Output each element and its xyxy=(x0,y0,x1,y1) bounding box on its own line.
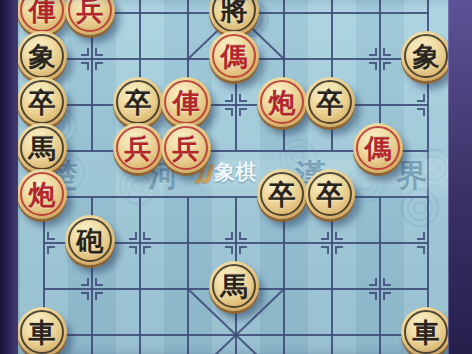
left-border-panel xyxy=(0,0,18,354)
piece-glyph: 卒 xyxy=(305,77,355,127)
piece-glyph: 炮 xyxy=(17,169,67,219)
piece-glyph: 砲 xyxy=(65,215,115,265)
piece-black-soldier[interactable]: 卒 xyxy=(113,77,163,127)
app-logo-name: 象棋 xyxy=(214,158,256,186)
piece-black-cannon[interactable]: 砲 xyxy=(65,215,115,265)
piece-glyph: 卒 xyxy=(305,169,355,219)
piece-black-general[interactable]: 將 xyxy=(209,0,259,35)
piece-red-cannon[interactable]: 炮 xyxy=(257,77,307,127)
piece-glyph: 卒 xyxy=(113,77,163,127)
piece-red-soldier[interactable]: 兵 xyxy=(113,123,163,173)
piece-glyph: 俥 xyxy=(17,0,67,35)
piece-black-soldier[interactable]: 卒 xyxy=(257,169,307,219)
piece-glyph: 傌 xyxy=(209,31,259,81)
piece-red-horse[interactable]: 傌 xyxy=(353,123,403,173)
piece-black-horse[interactable]: 馬 xyxy=(209,261,259,311)
piece-glyph: 兵 xyxy=(65,0,115,35)
piece-black-soldier[interactable]: 卒 xyxy=(305,169,355,219)
piece-glyph: 卒 xyxy=(257,169,307,219)
piece-black-elephant[interactable]: 象 xyxy=(401,31,451,81)
piece-glyph: 兵 xyxy=(113,123,163,173)
piece-red-cannon[interactable]: 炮 xyxy=(17,169,67,219)
piece-glyph: 俥 xyxy=(161,77,211,127)
piece-glyph: 兵 xyxy=(161,123,211,173)
piece-glyph: 馬 xyxy=(17,123,67,173)
piece-red-chariot[interactable]: 俥 xyxy=(161,77,211,127)
piece-glyph: 象 xyxy=(401,31,451,81)
piece-black-soldier[interactable]: 卒 xyxy=(305,77,355,127)
xiangqi-app-screen: 楚河 漢界 JJ 象棋 俥兵將象傌象卒卒俥炮卒馬兵兵傌炮卒卒砲馬車車 xyxy=(0,0,472,354)
piece-red-horse[interactable]: 傌 xyxy=(209,31,259,81)
piece-glyph: 炮 xyxy=(257,77,307,127)
piece-glyph: 馬 xyxy=(209,261,259,311)
piece-red-chariot[interactable]: 俥 xyxy=(17,0,67,35)
piece-glyph: 將 xyxy=(209,0,259,35)
piece-red-soldier[interactable]: 兵 xyxy=(65,0,115,35)
piece-black-soldier[interactable]: 卒 xyxy=(17,77,67,127)
piece-glyph: 傌 xyxy=(353,123,403,173)
piece-black-chariot[interactable]: 車 xyxy=(401,307,451,354)
piece-black-elephant[interactable]: 象 xyxy=(17,31,67,81)
right-border-panel xyxy=(448,0,472,354)
piece-glyph: 象 xyxy=(17,31,67,81)
piece-glyph: 車 xyxy=(401,307,451,354)
piece-black-horse[interactable]: 馬 xyxy=(17,123,67,173)
piece-red-soldier[interactable]: 兵 xyxy=(161,123,211,173)
piece-glyph: 卒 xyxy=(17,77,67,127)
piece-black-chariot[interactable]: 車 xyxy=(17,307,67,354)
piece-glyph: 車 xyxy=(17,307,67,354)
